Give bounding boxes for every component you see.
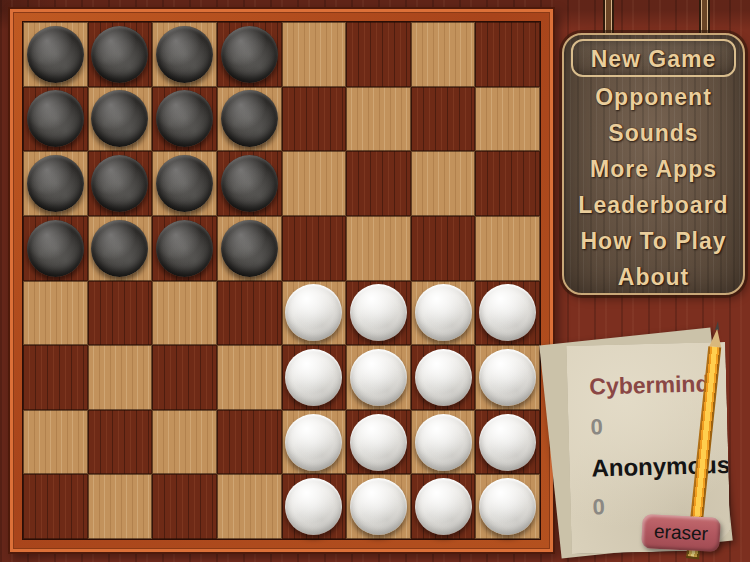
square-g1[interactable] [411,474,476,539]
black-piece-a7[interactable] [27,90,84,147]
menu-item-opponent[interactable]: Opponent [564,79,743,115]
square-e2[interactable] [282,410,347,475]
square-f1[interactable] [346,474,411,539]
menu-item-sounds[interactable]: Sounds [564,115,743,151]
square-g2[interactable] [411,410,476,475]
square-d5[interactable] [217,216,282,281]
square-a2[interactable] [23,410,88,475]
square-g7[interactable] [411,87,476,152]
square-b5[interactable] [88,216,153,281]
square-g5[interactable] [411,216,476,281]
white-piece-e2[interactable] [285,414,342,471]
black-piece-c5[interactable] [156,220,213,277]
square-f6[interactable] [346,151,411,216]
app-root: New Game Opponent Sounds More Apps Leade… [0,0,750,562]
black-piece-a8[interactable] [27,26,84,83]
black-piece-d5[interactable] [221,220,278,277]
square-d7[interactable] [217,87,282,152]
square-e1[interactable] [282,474,347,539]
black-piece-d6[interactable] [221,155,278,212]
square-h4[interactable] [475,281,540,346]
pencil-wood-tip [709,328,723,347]
square-b7[interactable] [88,87,153,152]
square-b1[interactable] [88,474,153,539]
white-piece-e4[interactable] [285,284,342,341]
square-c8[interactable] [152,22,217,87]
black-piece-c6[interactable] [156,155,213,212]
menu-item-about[interactable]: About [564,259,743,295]
square-f8[interactable] [346,22,411,87]
square-e3[interactable] [282,345,347,410]
square-d6[interactable] [217,151,282,216]
square-f4[interactable] [346,281,411,346]
square-a6[interactable] [23,151,88,216]
menu-item-how-to-play[interactable]: How To Play [564,223,743,259]
square-d3[interactable] [217,345,282,410]
black-piece-b5[interactable] [91,220,148,277]
square-e7[interactable] [282,87,347,152]
square-c4[interactable] [152,281,217,346]
white-piece-h1[interactable] [479,478,536,535]
square-g6[interactable] [411,151,476,216]
white-piece-e1[interactable] [285,478,342,535]
square-c6[interactable] [152,151,217,216]
square-d2[interactable] [217,410,282,475]
white-piece-f1[interactable] [350,478,407,535]
menu-item-new-game[interactable]: New Game [571,39,736,77]
square-a1[interactable] [23,474,88,539]
square-h8[interactable] [475,22,540,87]
square-b3[interactable] [88,345,153,410]
square-c7[interactable] [152,87,217,152]
square-g3[interactable] [411,345,476,410]
black-piece-b8[interactable] [91,26,148,83]
square-b4[interactable] [88,281,153,346]
board-frame [8,7,555,554]
black-piece-d8[interactable] [221,26,278,83]
square-c1[interactable] [152,474,217,539]
black-piece-a5[interactable] [27,220,84,277]
game-board [22,21,541,540]
square-g4[interactable] [411,281,476,346]
white-piece-g2[interactable] [415,414,472,471]
square-b2[interactable] [88,410,153,475]
black-piece-d7[interactable] [221,90,278,147]
menu-item-leaderboard[interactable]: Leaderboard [564,187,743,223]
square-a7[interactable] [23,87,88,152]
square-a5[interactable] [23,216,88,281]
square-b8[interactable] [88,22,153,87]
white-piece-f2[interactable] [350,414,407,471]
white-piece-g1[interactable] [415,478,472,535]
square-f2[interactable] [346,410,411,475]
square-e8[interactable] [282,22,347,87]
white-piece-f3[interactable] [350,349,407,406]
menu-panel: New Game Opponent Sounds More Apps Leade… [562,33,745,295]
eraser-button[interactable]: eraser [641,514,721,552]
white-piece-g3[interactable] [415,349,472,406]
square-a8[interactable] [23,22,88,87]
eraser-label: eraser [654,521,709,546]
black-piece-b7[interactable] [91,90,148,147]
square-d1[interactable] [217,474,282,539]
white-piece-g4[interactable] [415,284,472,341]
square-b6[interactable] [88,151,153,216]
square-g8[interactable] [411,22,476,87]
square-h6[interactable] [475,151,540,216]
square-h1[interactable] [475,474,540,539]
square-e5[interactable] [282,216,347,281]
square-e6[interactable] [282,151,347,216]
square-h3[interactable] [475,345,540,410]
white-piece-e3[interactable] [285,349,342,406]
menu-item-more-apps[interactable]: More Apps [564,151,743,187]
square-d8[interactable] [217,22,282,87]
square-f3[interactable] [346,345,411,410]
white-piece-f4[interactable] [350,284,407,341]
square-e4[interactable] [282,281,347,346]
square-h5[interactable] [475,216,540,281]
square-a3[interactable] [23,345,88,410]
white-piece-h4[interactable] [479,284,536,341]
black-piece-c8[interactable] [156,26,213,83]
square-c2[interactable] [152,410,217,475]
white-piece-h2[interactable] [479,414,536,471]
black-piece-a6[interactable] [27,155,84,212]
square-a4[interactable] [23,281,88,346]
square-h7[interactable] [475,87,540,152]
square-c3[interactable] [152,345,217,410]
white-piece-h3[interactable] [479,349,536,406]
square-f5[interactable] [346,216,411,281]
square-f7[interactable] [346,87,411,152]
square-c5[interactable] [152,216,217,281]
square-h2[interactable] [475,410,540,475]
black-piece-b6[interactable] [91,155,148,212]
black-piece-c7[interactable] [156,90,213,147]
square-d4[interactable] [217,281,282,346]
